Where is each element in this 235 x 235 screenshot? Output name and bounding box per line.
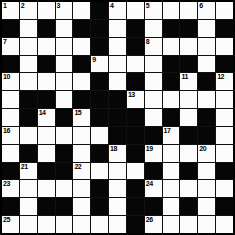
cell-r1c6[interactable] [109, 20, 126, 37]
cell-r10c0[interactable]: 23 [2, 180, 19, 197]
cell-r5c12[interactable] [216, 91, 233, 108]
black-cell-r3c0 [2, 56, 19, 73]
black-cell-r9c8 [145, 163, 162, 180]
clue-number-9: 9 [92, 56, 95, 63]
cell-r0c12[interactable] [216, 2, 233, 19]
black-cell-r1c4 [73, 20, 90, 37]
cell-r12c3[interactable] [56, 216, 73, 233]
black-cell-r4c9 [163, 73, 180, 90]
black-cell-r8c7 [127, 145, 144, 162]
cell-r4c6[interactable] [109, 73, 126, 90]
black-cell-r5c6 [109, 91, 126, 108]
cell-r7c1[interactable] [20, 127, 37, 144]
clue-number-7: 7 [3, 38, 6, 45]
black-cell-r5c2 [38, 91, 55, 108]
black-cell-r7c7 [127, 127, 144, 144]
cell-r0c2[interactable] [38, 2, 55, 19]
cell-r0c7[interactable] [127, 2, 144, 19]
cell-r4c10[interactable]: 11 [180, 73, 197, 90]
cell-r12c5[interactable] [91, 216, 108, 233]
cell-r0c8[interactable]: 5 [145, 2, 162, 19]
black-cell-r6c3 [56, 109, 73, 126]
cell-r9c11[interactable] [198, 163, 215, 180]
cell-r4c3[interactable] [56, 73, 73, 90]
clue-number-14: 14 [39, 109, 46, 116]
black-cell-r1c2 [38, 20, 55, 37]
clue-number-26: 26 [146, 216, 153, 223]
black-cell-r4c7 [127, 73, 144, 90]
black-cell-r6c9 [163, 109, 180, 126]
black-cell-r10c5 [91, 180, 108, 197]
cell-r6c8[interactable] [145, 109, 162, 126]
cell-r7c12[interactable] [216, 127, 233, 144]
black-cell-r9c2 [38, 163, 55, 180]
clue-number-6: 6 [199, 2, 202, 9]
cell-r10c3[interactable] [56, 180, 73, 197]
cell-r10c9[interactable] [163, 180, 180, 197]
clue-number-12: 12 [217, 73, 224, 80]
black-cell-r3c10 [180, 56, 197, 73]
cell-r8c9[interactable] [163, 145, 180, 162]
cell-r12c2[interactable] [38, 216, 55, 233]
cell-r2c4[interactable] [73, 38, 90, 55]
clue-number-2: 2 [21, 2, 24, 9]
black-cell-r10c7 [127, 180, 144, 197]
cell-r5c9[interactable] [163, 91, 180, 108]
clue-number-19: 19 [146, 145, 153, 152]
cell-r10c6[interactable] [109, 180, 126, 197]
cell-r0c6[interactable]: 4 [109, 2, 126, 19]
cell-r12c9[interactable] [163, 216, 180, 233]
cell-r11c6[interactable] [109, 198, 126, 215]
cell-r7c4[interactable] [73, 127, 90, 144]
black-cell-r1c5 [91, 20, 108, 37]
cell-r10c12[interactable] [216, 180, 233, 197]
black-cell-r2c5 [91, 38, 108, 55]
clue-number-13: 13 [128, 91, 135, 98]
clue-number-18: 18 [110, 145, 117, 152]
cell-r3c3[interactable] [56, 56, 73, 73]
cell-r0c9[interactable] [163, 2, 180, 19]
cell-r5c7[interactable]: 13 [127, 91, 144, 108]
black-cell-r7c8 [145, 127, 162, 144]
cell-r3c6[interactable] [109, 56, 126, 73]
cell-r10c4[interactable] [73, 180, 90, 197]
clue-number-24: 24 [146, 180, 153, 187]
clue-number-10: 10 [3, 73, 10, 80]
cell-r6c0[interactable] [2, 109, 19, 126]
black-cell-r3c4 [73, 56, 90, 73]
cell-r1c8[interactable] [145, 20, 162, 37]
black-cell-r7c10 [180, 127, 197, 144]
black-cell-r8c5 [91, 145, 108, 162]
cell-r8c10[interactable] [180, 145, 197, 162]
cell-r2c1[interactable] [20, 38, 37, 55]
cell-r11c9[interactable] [163, 198, 180, 215]
black-cell-r5c5 [91, 91, 108, 108]
cell-r4c1[interactable] [20, 73, 37, 90]
clue-number-16: 16 [3, 127, 10, 134]
cell-r9c7[interactable] [127, 163, 144, 180]
cell-r3c11[interactable] [198, 56, 215, 73]
clue-number-5: 5 [146, 2, 149, 9]
cell-r5c8[interactable] [145, 91, 162, 108]
cell-r0c3[interactable]: 3 [56, 2, 73, 19]
cell-r9c4[interactable]: 22 [73, 163, 90, 180]
cell-r2c9[interactable] [163, 38, 180, 55]
cell-r3c5[interactable]: 9 [91, 56, 108, 73]
cell-r5c11[interactable] [198, 91, 215, 108]
black-cell-r11c8 [145, 198, 162, 215]
cell-r4c4[interactable] [73, 73, 90, 90]
cell-r4c12[interactable]: 12 [216, 73, 233, 90]
clue-number-11: 11 [181, 73, 187, 80]
black-cell-r8c1 [20, 145, 37, 162]
black-cell-r8c3 [56, 145, 73, 162]
cell-r10c8[interactable]: 24 [145, 180, 162, 197]
cell-r0c1[interactable]: 2 [20, 2, 37, 19]
black-cell-r11c3 [56, 198, 73, 215]
cell-r7c9[interactable]: 17 [163, 127, 180, 144]
cell-r2c3[interactable] [56, 38, 73, 55]
cell-r8c12[interactable] [216, 145, 233, 162]
cell-r12c6[interactable] [109, 216, 126, 233]
cell-r2c11[interactable] [198, 38, 215, 55]
cell-r7c2[interactable] [38, 127, 55, 144]
cell-r12c8[interactable]: 26 [145, 216, 162, 233]
cell-r2c8[interactable]: 8 [145, 38, 162, 55]
black-cell-r9c12 [216, 163, 233, 180]
cell-r11c1[interactable] [20, 198, 37, 215]
cell-r8c11[interactable]: 20 [198, 145, 215, 162]
cell-r12c1[interactable] [20, 216, 37, 233]
black-cell-r11c7 [127, 198, 144, 215]
black-cell-r4c11 [198, 73, 215, 90]
black-cell-r11c2 [38, 198, 55, 215]
cell-r5c3[interactable] [56, 91, 73, 108]
black-cell-r1c10 [180, 20, 197, 37]
cell-r8c4[interactable] [73, 145, 90, 162]
black-cell-r6c5 [91, 109, 108, 126]
cell-r8c8[interactable]: 19 [145, 145, 162, 162]
black-cell-r9c3 [56, 163, 73, 180]
black-cell-r11c10 [180, 198, 197, 215]
cell-r1c1[interactable] [20, 20, 37, 37]
black-cell-r11c5 [91, 198, 108, 215]
cell-r3c1[interactable] [20, 56, 37, 73]
cell-r3c8[interactable] [145, 56, 162, 73]
cell-r1c11[interactable] [198, 20, 215, 37]
cell-r4c8[interactable] [145, 73, 162, 90]
cell-r9c5[interactable] [91, 163, 108, 180]
crossword-grid: 1234567891011121314151617181920212223242… [0, 0, 235, 235]
clue-number-22: 22 [74, 163, 81, 170]
black-cell-r1c12 [216, 20, 233, 37]
black-cell-r3c12 [216, 56, 233, 73]
cell-r9c6[interactable] [109, 163, 126, 180]
black-cell-r1c0 [2, 20, 19, 37]
black-cell-r9c0 [2, 163, 19, 180]
clue-number-25: 25 [3, 216, 10, 223]
black-cell-r5c1 [20, 91, 37, 108]
cell-r0c11[interactable]: 6 [198, 2, 215, 19]
cell-r12c11[interactable] [198, 216, 215, 233]
black-cell-r0c5 [91, 2, 108, 19]
clue-number-4: 4 [110, 2, 113, 9]
cell-r8c2[interactable] [38, 145, 55, 162]
black-cell-r11c12 [216, 198, 233, 215]
cell-r9c9[interactable] [163, 163, 180, 180]
cell-r11c11[interactable] [198, 198, 215, 215]
cell-r7c5[interactable] [91, 127, 108, 144]
cell-r7c0[interactable]: 16 [2, 127, 19, 144]
cell-r9c1[interactable]: 21 [20, 163, 37, 180]
cell-r2c2[interactable] [38, 38, 55, 55]
clue-number-15: 15 [74, 109, 81, 116]
black-cell-r1c9 [163, 20, 180, 37]
cell-r6c2[interactable]: 14 [38, 109, 55, 126]
black-cell-r5c4 [73, 91, 90, 108]
clue-number-8: 8 [146, 38, 149, 45]
cell-r5c0[interactable] [2, 91, 19, 108]
clue-number-3: 3 [57, 2, 60, 9]
cell-r6c4[interactable]: 15 [73, 109, 90, 126]
cell-r2c6[interactable] [109, 38, 126, 55]
cell-r0c0[interactable]: 1 [2, 2, 19, 19]
black-cell-r7c11 [198, 127, 215, 144]
cell-r11c4[interactable] [73, 198, 90, 215]
clue-number-1: 1 [3, 2, 6, 9]
black-cell-r6c11 [198, 109, 215, 126]
black-cell-r9c10 [180, 163, 197, 180]
cell-r12c12[interactable] [216, 216, 233, 233]
cell-r10c10[interactable] [180, 180, 197, 197]
clue-number-17: 17 [164, 127, 171, 134]
cell-r2c12[interactable] [216, 38, 233, 55]
cell-r7c3[interactable] [56, 127, 73, 144]
cell-r4c2[interactable] [38, 73, 55, 90]
cell-r6c12[interactable] [216, 109, 233, 126]
cell-r6c10[interactable] [180, 109, 197, 126]
black-cell-r12c7 [127, 216, 144, 233]
black-cell-r3c2 [38, 56, 55, 73]
black-cell-r3c9 [163, 56, 180, 73]
cell-r1c3[interactable] [56, 20, 73, 37]
cell-r8c6[interactable]: 18 [109, 145, 126, 162]
cell-r5c10[interactable] [180, 91, 197, 108]
cell-r0c4[interactable] [73, 2, 90, 19]
cell-r12c10[interactable] [180, 216, 197, 233]
cell-r10c1[interactable] [20, 180, 37, 197]
cell-r12c0[interactable]: 25 [2, 216, 19, 233]
cell-r12c4[interactable] [73, 216, 90, 233]
cell-r2c10[interactable] [180, 38, 197, 55]
cell-r10c2[interactable] [38, 180, 55, 197]
black-cell-r11c0 [2, 198, 19, 215]
black-cell-r6c7 [127, 109, 144, 126]
black-cell-r6c6 [109, 109, 126, 126]
cell-r4c0[interactable]: 10 [2, 73, 19, 90]
cell-r0c10[interactable] [180, 2, 197, 19]
black-cell-r2c7 [127, 38, 144, 55]
clue-number-23: 23 [3, 180, 10, 187]
black-cell-r6c1 [20, 109, 37, 126]
clue-number-20: 20 [199, 145, 206, 152]
black-cell-r7c6 [109, 127, 126, 144]
black-cell-r1c7 [127, 20, 144, 37]
cell-r2c0[interactable]: 7 [2, 38, 19, 55]
cell-r8c0[interactable] [2, 145, 19, 162]
cell-r3c7[interactable] [127, 56, 144, 73]
cell-r10c11[interactable] [198, 180, 215, 197]
clue-number-21: 21 [21, 163, 28, 170]
black-cell-r4c5 [91, 73, 108, 90]
